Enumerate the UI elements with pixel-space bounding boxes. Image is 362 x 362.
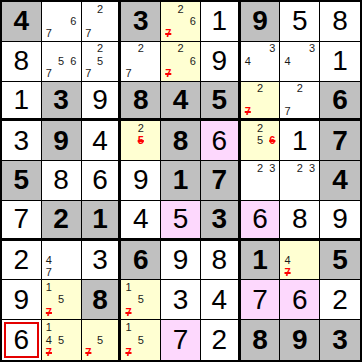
- given-digit-r5c5: 1: [173, 166, 189, 194]
- solved-digit-r5c3: 6: [92, 166, 108, 194]
- candidate-1-r9c4: 1: [122, 321, 134, 334]
- cell-r5c8[interactable]: 23: [280, 161, 320, 201]
- cell-r6c3[interactable]: 1: [82, 201, 122, 241]
- pencil-marks-r4c4: 25: [122, 122, 159, 159]
- cell-r1c5[interactable]: 267: [161, 2, 201, 42]
- solved-digit-r4c8: 1: [292, 127, 308, 155]
- solved-digit-r1c9: 8: [332, 7, 348, 35]
- cell-r5c1[interactable]: 5: [2, 161, 42, 201]
- cell-r9c5[interactable]: 7: [161, 320, 201, 360]
- eliminated-candidate-7-r9c4: 7: [122, 346, 134, 359]
- cell-r4c2[interactable]: 9: [42, 121, 82, 161]
- cell-r8c7[interactable]: 7: [241, 280, 281, 320]
- solved-digit-r5c2: 8: [53, 166, 69, 194]
- candidate-5-r2c3: 5: [94, 55, 106, 67]
- candidate-5-r9c4: 5: [135, 334, 147, 347]
- solved-digit-r6c1: 7: [14, 205, 30, 233]
- cell-r1c1[interactable]: 4: [2, 2, 42, 42]
- cell-r3c8[interactable]: 27: [280, 82, 320, 122]
- candidate-4-r2c7: 4: [242, 55, 254, 67]
- candidate-3-r5c8: 3: [306, 162, 318, 174]
- pencil-marks-r5c7: 23: [242, 162, 279, 199]
- given-digit-r3c5: 4: [173, 86, 189, 114]
- solved-digit-r1c6: 1: [211, 7, 227, 35]
- cell-r7c4[interactable]: 6: [121, 241, 161, 281]
- eliminated-candidate-6-r4c7: 6: [266, 135, 278, 147]
- solved-digit-r8c7: 7: [252, 286, 268, 314]
- cell-r5c2[interactable]: 8: [42, 161, 82, 201]
- cell-r9c7[interactable]: 8: [241, 320, 281, 360]
- candidate-7-r2c3: 7: [83, 67, 95, 79]
- cell-r8c9[interactable]: 2: [320, 280, 360, 320]
- candidate-4-r7c8: 4: [281, 254, 293, 266]
- candidate-3-r5c7: 3: [266, 162, 278, 174]
- cell-r1c8[interactable]: 5: [280, 2, 320, 42]
- candidate-2-r1c5: 2: [174, 3, 186, 15]
- pencil-marks-r3c7: 27: [242, 83, 279, 118]
- solved-digit-r9c1: 6: [14, 326, 30, 354]
- solved-digit-r7c5: 9: [173, 246, 189, 274]
- given-digit-r6c2: 2: [53, 205, 69, 233]
- cell-r1c4[interactable]: 3: [121, 2, 161, 42]
- solved-digit-r6c8: 8: [292, 205, 308, 233]
- candidate-7-r1c2: 7: [43, 28, 55, 40]
- cell-r2c5[interactable]: 267: [161, 42, 201, 82]
- given-digit-r1c4: 3: [133, 7, 149, 35]
- pencil-marks-r1c5: 267: [162, 3, 199, 40]
- candidate-7-r3c8: 7: [281, 106, 293, 118]
- cell-r6c5[interactable]: 5: [161, 201, 201, 241]
- solved-digit-r6c4: 4: [133, 205, 149, 233]
- pencil-marks-r9c3: 57: [83, 321, 118, 359]
- cell-r3c6[interactable]: 5: [201, 82, 241, 122]
- solved-digit-r7c1: 2: [14, 246, 30, 274]
- solved-digit-r7c6: 8: [211, 246, 227, 274]
- given-digit-r1c1: 4: [14, 7, 30, 35]
- candidate-2-r4c7: 2: [254, 122, 266, 134]
- cell-r3c4[interactable]: 8: [121, 82, 161, 122]
- cell-r3c3[interactable]: 9: [82, 82, 122, 122]
- candidate-5-r8c2: 5: [55, 294, 67, 306]
- solved-digit-r3c3: 9: [92, 86, 108, 114]
- pencil-marks-r2c2: 567: [43, 43, 80, 80]
- candidate-2-r2c4: 2: [135, 43, 147, 55]
- pencil-marks-r3c8: 27: [281, 83, 318, 118]
- given-digit-r1c7: 9: [252, 7, 268, 35]
- pencil-marks-r2c7: 34: [242, 43, 279, 80]
- cell-r9c8[interactable]: 9: [280, 320, 320, 360]
- solved-digit-r8c9: 2: [332, 286, 348, 314]
- solved-digit-r4c6: 6: [211, 127, 227, 155]
- eliminated-candidate-5-r4c4: 5: [135, 135, 147, 147]
- cell-r1c7[interactable]: 9: [241, 2, 281, 42]
- cell-r1c2[interactable]: 67: [42, 2, 82, 42]
- cell-r6c2[interactable]: 2: [42, 201, 82, 241]
- cell-r4c9[interactable]: 7: [320, 121, 360, 161]
- pencil-marks-r8c4: 157: [122, 281, 159, 318]
- candidate-6-r2c2: 6: [67, 55, 79, 67]
- pencil-marks-r5c8: 23: [281, 162, 318, 199]
- cell-r6c1[interactable]: 7: [2, 201, 42, 241]
- given-digit-r6c6: 3: [211, 205, 227, 233]
- solved-digit-r7c3: 3: [92, 246, 108, 274]
- solved-digit-r2c1: 8: [14, 47, 30, 75]
- given-digit-r7c4: 6: [133, 246, 149, 274]
- pencil-marks-r2c4: 27: [122, 43, 159, 80]
- given-digit-r9c8: 9: [292, 326, 308, 354]
- cell-r8c8[interactable]: 6: [280, 280, 320, 320]
- candidate-4-r9c2: 4: [43, 334, 55, 347]
- solved-digit-r4c3: 4: [92, 127, 108, 155]
- candidate-5-r9c3: 5: [94, 334, 106, 347]
- given-digit-r5c1: 5: [14, 166, 30, 194]
- given-digit-r4c9: 7: [332, 127, 348, 155]
- cell-r8c4[interactable]: 157: [121, 280, 161, 320]
- solved-digit-r9c5: 7: [173, 326, 189, 354]
- candidate-2-r2c3: 2: [94, 43, 106, 55]
- given-digit-r5c9: 4: [332, 166, 348, 194]
- sudoku-board: 4672732671958856725727267934341139845272…: [0, 0, 362, 362]
- cell-r5c6[interactable]: 7: [201, 161, 241, 201]
- pencil-marks-r9c4: 157: [122, 321, 159, 359]
- eliminated-candidate-7-r3c7: 7: [242, 106, 254, 118]
- cell-r3c5[interactable]: 4: [161, 82, 201, 122]
- cell-r6c6[interactable]: 3: [201, 201, 241, 241]
- candidate-2-r3c7: 2: [254, 83, 266, 95]
- cell-r6c4[interactable]: 4: [121, 201, 161, 241]
- cell-r8c5[interactable]: 3: [161, 280, 201, 320]
- cell-r1c9[interactable]: 8: [320, 2, 360, 42]
- candidate-5-r2c2: 5: [55, 55, 67, 67]
- cell-r2c6[interactable]: 9: [201, 42, 241, 82]
- cell-r4c6[interactable]: 6: [201, 121, 241, 161]
- solved-digit-r8c5: 3: [173, 286, 189, 314]
- cell-r2c3[interactable]: 257: [82, 42, 122, 82]
- solved-digit-r2c6: 9: [211, 47, 227, 75]
- solved-digit-r6c7: 6: [252, 205, 268, 233]
- given-digit-r3c2: 3: [53, 86, 69, 114]
- cell-r7c9[interactable]: 5: [320, 241, 360, 281]
- pencil-marks-r1c3: 27: [83, 3, 118, 40]
- given-digit-r4c5: 8: [173, 127, 189, 155]
- candidate-5-r4c7: 5: [254, 135, 266, 147]
- given-digit-r7c7: 1: [252, 246, 268, 274]
- cell-r7c3[interactable]: 3: [82, 241, 122, 281]
- pencil-marks-r1c2: 67: [43, 3, 80, 40]
- cell-r8c6[interactable]: 4: [201, 280, 241, 320]
- pencil-marks-r7c2: 47: [43, 242, 80, 279]
- cell-r2c9[interactable]: 1: [320, 42, 360, 82]
- cell-r3c2[interactable]: 3: [42, 82, 82, 122]
- cell-r7c8[interactable]: 47: [280, 241, 320, 281]
- pencil-marks-r7c8: 47: [281, 242, 318, 279]
- candidate-7-r2c2: 7: [43, 67, 55, 79]
- cell-r2c2[interactable]: 567: [42, 42, 82, 82]
- cell-r9c3[interactable]: 57: [82, 320, 122, 360]
- solved-digit-r1c8: 5: [292, 7, 308, 35]
- cell-r8c2[interactable]: 157: [42, 280, 82, 320]
- candidate-2-r4c4: 2: [135, 122, 147, 134]
- eliminated-candidate-7-r9c3: 7: [83, 346, 95, 359]
- cell-r7c7[interactable]: 1: [241, 241, 281, 281]
- given-digit-r5c6: 7: [211, 166, 227, 194]
- cell-r9c4[interactable]: 157: [121, 320, 161, 360]
- candidate-2-r5c8: 2: [294, 162, 306, 174]
- eliminated-candidate-7-r8c2: 7: [43, 306, 55, 318]
- given-digit-r3c6: 5: [211, 86, 227, 114]
- pencil-marks-r2c5: 267: [162, 43, 199, 80]
- given-digit-r6c3: 1: [92, 205, 108, 233]
- candidate-6-r2c5: 6: [187, 55, 199, 67]
- cell-r1c3[interactable]: 27: [82, 2, 122, 42]
- solved-digit-r6c5: 5: [173, 205, 189, 233]
- cell-r9c1-selected[interactable]: 6: [2, 320, 42, 360]
- cell-r5c5[interactable]: 1: [161, 161, 201, 201]
- given-digit-r7c9: 5: [332, 246, 348, 274]
- candidate-4-r2c8: 4: [281, 55, 293, 67]
- cell-r4c3[interactable]: 4: [82, 121, 122, 161]
- given-digit-r8c3: 8: [92, 286, 108, 314]
- pencil-marks-r8c2: 157: [43, 281, 80, 318]
- solved-digit-r8c6: 4: [211, 286, 227, 314]
- solved-digit-r6c9: 9: [332, 205, 348, 233]
- pencil-marks-r2c3: 257: [83, 43, 118, 80]
- cell-r9c6[interactable]: 2: [201, 320, 241, 360]
- cell-r7c1[interactable]: 2: [2, 241, 42, 281]
- cell-r4c8[interactable]: 1: [280, 121, 320, 161]
- candidate-4-r7c2: 4: [43, 254, 55, 266]
- pencil-marks-r9c2: 1457: [43, 321, 80, 359]
- candidate-7-r1c3: 7: [83, 28, 95, 40]
- given-digit-r4c2: 9: [53, 127, 69, 155]
- given-digit-r3c4: 8: [133, 86, 149, 114]
- candidate-6-r1c2: 6: [67, 15, 79, 27]
- cell-r3c7[interactable]: 27: [241, 82, 281, 122]
- cell-r4c1[interactable]: 3: [2, 121, 42, 161]
- pencil-marks-r4c7: 256: [242, 122, 279, 159]
- cell-r2c7[interactable]: 34: [241, 42, 281, 82]
- eliminated-candidate-7-r8c4: 7: [122, 306, 134, 318]
- solved-digit-r4c1: 3: [14, 127, 30, 155]
- cell-r7c5[interactable]: 9: [161, 241, 201, 281]
- given-digit-r3c9: 6: [332, 86, 348, 114]
- candidate-1-r8c2: 1: [43, 281, 55, 293]
- solved-digit-r8c8: 6: [292, 286, 308, 314]
- cell-r7c2[interactable]: 47: [42, 241, 82, 281]
- solved-digit-r5c4: 9: [133, 166, 149, 194]
- cell-r7c6[interactable]: 8: [201, 241, 241, 281]
- cell-r3c1[interactable]: 1: [2, 82, 42, 122]
- cell-r6c8[interactable]: 8: [280, 201, 320, 241]
- eliminated-candidate-7-r9c2: 7: [43, 346, 55, 359]
- solved-digit-r9c6: 2: [211, 326, 227, 354]
- cell-r4c7[interactable]: 256: [241, 121, 281, 161]
- candidate-3-r2c8: 3: [306, 43, 318, 55]
- cell-r1c6[interactable]: 1: [201, 2, 241, 42]
- eliminated-candidate-7-r2c5: 7: [162, 67, 174, 79]
- given-digit-r9c7: 8: [252, 326, 268, 354]
- cell-r2c1[interactable]: 8: [2, 42, 42, 82]
- cell-r9c2[interactable]: 1457: [42, 320, 82, 360]
- candidate-2-r5c7: 2: [254, 162, 266, 174]
- candidate-2-r3c8: 2: [294, 83, 306, 95]
- cell-r5c3[interactable]: 6: [82, 161, 122, 201]
- solved-digit-r8c1: 9: [14, 286, 30, 314]
- candidate-2-r1c3: 2: [94, 3, 106, 15]
- cell-r3c9[interactable]: 6: [320, 82, 360, 122]
- cell-r8c3[interactable]: 8: [82, 280, 122, 320]
- cell-r5c7[interactable]: 23: [241, 161, 281, 201]
- candidate-6-r1c5: 6: [187, 15, 199, 27]
- cell-r2c4[interactable]: 27: [121, 42, 161, 82]
- cell-r5c4[interactable]: 9: [121, 161, 161, 201]
- eliminated-candidate-7-r7c8: 7: [281, 266, 293, 278]
- cell-r4c5[interactable]: 8: [161, 121, 201, 161]
- candidate-3-r2c7: 3: [266, 43, 278, 55]
- pencil-marks-r2c8: 34: [281, 43, 318, 80]
- eliminated-candidate-7-r1c5: 7: [162, 28, 174, 40]
- cell-r4c4[interactable]: 25: [121, 121, 161, 161]
- candidate-1-r9c2: 1: [43, 321, 55, 334]
- candidate-7-r2c4: 7: [122, 67, 134, 79]
- cell-r2c8[interactable]: 34: [280, 42, 320, 82]
- cell-r6c7[interactable]: 6: [241, 201, 281, 241]
- solved-digit-r2c9: 1: [332, 47, 348, 75]
- given-digit-r9c9: 3: [332, 326, 348, 354]
- cell-r5c9[interactable]: 4: [320, 161, 360, 201]
- candidate-1-r8c4: 1: [122, 281, 134, 293]
- cell-r6c9[interactable]: 9: [320, 201, 360, 241]
- cell-r8c1[interactable]: 9: [2, 280, 42, 320]
- candidate-5-r8c4: 5: [135, 294, 147, 306]
- cell-r9c9[interactable]: 3: [320, 320, 360, 360]
- candidate-5-r9c2: 5: [55, 334, 67, 347]
- candidate-2-r2c5: 2: [174, 43, 186, 55]
- solved-digit-r3c1: 1: [14, 86, 30, 114]
- candidate-7-r7c2: 7: [43, 266, 55, 278]
